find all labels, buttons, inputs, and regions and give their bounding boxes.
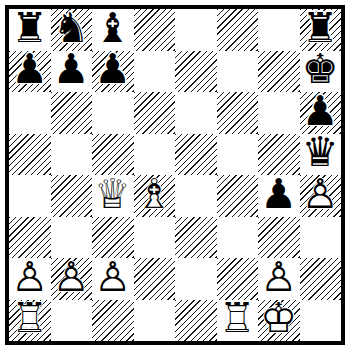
square-f8[interactable] [217,9,259,51]
black-knight-glyph: ♞ [53,8,90,49]
piece-white-pawn[interactable]: ♟♙ [51,258,93,300]
white-pawn-outline-glyph: ♙ [11,257,48,298]
square-d6[interactable] [134,92,176,134]
black-queen-glyph: ♛ [302,132,339,173]
piece-white-pawn[interactable]: ♟♙ [92,258,134,300]
white-king-outline-glyph: ♔ [260,298,297,339]
black-pawn-glyph: ♟ [53,49,90,90]
white-queen-outline-glyph: ♕ [94,174,131,215]
black-rook-glyph: ♜ [11,8,48,49]
piece-black-pawn[interactable]: ♟ [9,51,51,93]
square-e1[interactable] [175,300,217,342]
square-d4[interactable]: ♝♗ [134,175,176,217]
square-e8[interactable] [175,9,217,51]
square-g4[interactable]: ♟ [258,175,300,217]
square-d8[interactable] [134,9,176,51]
piece-white-rook[interactable]: ♜♖ [9,300,51,342]
piece-white-queen[interactable]: ♛♕ [92,175,134,217]
square-b4[interactable] [51,175,93,217]
square-h2[interactable] [300,258,342,300]
square-e4[interactable] [175,175,217,217]
square-a7[interactable]: ♟ [9,51,51,93]
square-b7[interactable]: ♟ [51,51,93,93]
square-e2[interactable] [175,258,217,300]
white-pawn-outline-glyph: ♙ [94,257,131,298]
white-rook-outline-glyph: ♖ [11,298,48,339]
square-e6[interactable] [175,92,217,134]
square-f4[interactable] [217,175,259,217]
white-rook-outline-glyph: ♖ [219,298,256,339]
black-pawn-glyph: ♟ [11,49,48,90]
square-e3[interactable] [175,217,217,259]
square-h1[interactable] [300,300,342,342]
square-c7[interactable]: ♟ [92,51,134,93]
black-pawn-glyph: ♟ [260,174,297,215]
black-pawn-glyph: ♟ [302,91,339,132]
square-b6[interactable] [51,92,93,134]
square-b2[interactable]: ♟♙ [51,258,93,300]
square-h4[interactable]: ♟♙ [300,175,342,217]
square-f3[interactable] [217,217,259,259]
square-g1[interactable]: ♚♔ [258,300,300,342]
piece-black-pawn[interactable]: ♟ [92,51,134,93]
board-frame: ♜♞♝♜♟♟♟♚♟♛♛♕♝♗♟♟♙♟♙♟♙♟♙♟♙♜♖♜♖♚♔ [5,5,345,345]
white-pawn-outline-glyph: ♙ [260,257,297,298]
square-c1[interactable] [92,300,134,342]
black-pawn-glyph: ♟ [94,49,131,90]
square-h3[interactable] [300,217,342,259]
piece-white-bishop[interactable]: ♝♗ [134,175,176,217]
square-g6[interactable] [258,92,300,134]
square-d3[interactable] [134,217,176,259]
black-rook-glyph: ♜ [302,8,339,49]
square-d1[interactable] [134,300,176,342]
square-a6[interactable] [9,92,51,134]
black-bishop-glyph: ♝ [94,8,131,49]
square-c2[interactable]: ♟♙ [92,258,134,300]
square-d7[interactable] [134,51,176,93]
square-b1[interactable] [51,300,93,342]
square-g7[interactable] [258,51,300,93]
square-a1[interactable]: ♜♖ [9,300,51,342]
square-e7[interactable] [175,51,217,93]
square-c6[interactable] [92,92,134,134]
piece-white-rook[interactable]: ♜♖ [217,300,259,342]
piece-black-pawn[interactable]: ♟ [258,175,300,217]
square-f1[interactable]: ♜♖ [217,300,259,342]
square-g8[interactable] [258,9,300,51]
square-e5[interactable] [175,134,217,176]
square-d2[interactable] [134,258,176,300]
white-pawn-outline-glyph: ♙ [302,174,339,215]
chess-board: ♜♞♝♜♟♟♟♚♟♛♛♕♝♗♟♟♙♟♙♟♙♟♙♟♙♜♖♜♖♚♔ [9,9,341,341]
square-a5[interactable] [9,134,51,176]
piece-black-pawn[interactable]: ♟ [51,51,93,93]
square-f6[interactable] [217,92,259,134]
square-f7[interactable] [217,51,259,93]
piece-white-king[interactable]: ♚♔ [258,300,300,342]
square-a4[interactable] [9,175,51,217]
black-king-glyph: ♚ [302,49,339,90]
square-b5[interactable] [51,134,93,176]
piece-white-pawn[interactable]: ♟♙ [300,175,342,217]
white-bishop-outline-glyph: ♗ [136,174,173,215]
white-pawn-outline-glyph: ♙ [53,257,90,298]
square-f5[interactable] [217,134,259,176]
square-c4[interactable]: ♛♕ [92,175,134,217]
